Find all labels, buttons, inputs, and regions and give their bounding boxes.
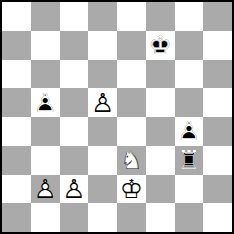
square-g8[interactable] [175,2,204,31]
black-pawn-piece: ♟♙ [31,88,60,117]
square-f1[interactable] [146,203,175,232]
square-f6[interactable] [146,60,175,89]
black-rook-outline: ♖ [175,147,204,173]
white-pawn-outline: ♙ [31,176,60,202]
square-g6[interactable] [175,60,204,89]
chess-board: ♚♔♟♙♟♙♟♙♞♘♜♖♟♙♟♙♚♔ [2,2,232,232]
square-h4[interactable] [203,117,232,146]
white-pawn-outline: ♙ [60,176,89,202]
square-g7[interactable] [175,31,204,60]
square-h3[interactable] [203,146,232,175]
square-b8[interactable] [31,2,60,31]
square-c5[interactable] [60,88,89,117]
square-f5[interactable] [146,88,175,117]
square-a1[interactable] [2,203,31,232]
square-g5[interactable] [175,88,204,117]
square-e6[interactable] [117,60,146,89]
square-b7[interactable] [31,31,60,60]
square-f8[interactable] [146,2,175,31]
square-h8[interactable] [203,2,232,31]
square-e3[interactable]: ♞♘ [117,146,146,175]
square-g2[interactable] [175,175,204,204]
white-pawn-piece: ♟♙ [88,88,117,117]
square-b3[interactable] [31,146,60,175]
square-g4[interactable]: ♟♙ [175,117,204,146]
chess-board-frame: ♚♔♟♙♟♙♟♙♞♘♜♖♟♙♟♙♚♔ [0,0,234,234]
square-d5[interactable]: ♟♙ [88,88,117,117]
white-knight-outline: ♘ [117,147,146,173]
square-b1[interactable] [31,203,60,232]
black-pawn-outline: ♙ [175,118,204,144]
square-h2[interactable] [203,175,232,204]
black-rook-piece: ♜♖ [175,146,204,175]
square-d7[interactable] [88,31,117,60]
white-king-piece: ♚♔ [117,175,146,204]
square-a4[interactable] [2,117,31,146]
square-h1[interactable] [203,203,232,232]
square-b4[interactable] [31,117,60,146]
square-d3[interactable] [88,146,117,175]
black-pawn-piece: ♟♙ [175,117,204,146]
black-king-piece: ♚♔ [146,31,175,60]
square-e8[interactable] [117,2,146,31]
square-d2[interactable] [88,175,117,204]
square-b6[interactable] [31,60,60,89]
square-a3[interactable] [2,146,31,175]
square-h6[interactable] [203,60,232,89]
square-f7[interactable]: ♚♔ [146,31,175,60]
square-c8[interactable] [60,2,89,31]
square-c6[interactable] [60,60,89,89]
white-pawn-piece: ♟♙ [31,175,60,204]
square-g1[interactable] [175,203,204,232]
white-pawn-piece: ♟♙ [60,175,89,204]
square-f3[interactable] [146,146,175,175]
square-c1[interactable] [60,203,89,232]
square-a7[interactable] [2,31,31,60]
square-g3[interactable]: ♜♖ [175,146,204,175]
square-a8[interactable] [2,2,31,31]
white-pawn-outline: ♙ [88,90,117,116]
square-c3[interactable] [60,146,89,175]
square-b5[interactable]: ♟♙ [31,88,60,117]
black-king-outline: ♔ [146,32,175,58]
square-c7[interactable] [60,31,89,60]
black-pawn-outline: ♙ [31,90,60,116]
square-d1[interactable] [88,203,117,232]
square-d6[interactable] [88,60,117,89]
square-h5[interactable] [203,88,232,117]
square-e7[interactable] [117,31,146,60]
square-a6[interactable] [2,60,31,89]
square-d4[interactable] [88,117,117,146]
square-c2[interactable]: ♟♙ [60,175,89,204]
square-b2[interactable]: ♟♙ [31,175,60,204]
square-e2[interactable]: ♚♔ [117,175,146,204]
square-e5[interactable] [117,88,146,117]
white-knight-piece: ♞♘ [117,146,146,175]
square-f4[interactable] [146,117,175,146]
square-e1[interactable] [117,203,146,232]
square-c4[interactable] [60,117,89,146]
square-a2[interactable] [2,175,31,204]
white-king-outline: ♔ [117,176,146,202]
square-d8[interactable] [88,2,117,31]
square-a5[interactable] [2,88,31,117]
square-e4[interactable] [117,117,146,146]
square-h7[interactable] [203,31,232,60]
square-f2[interactable] [146,175,175,204]
